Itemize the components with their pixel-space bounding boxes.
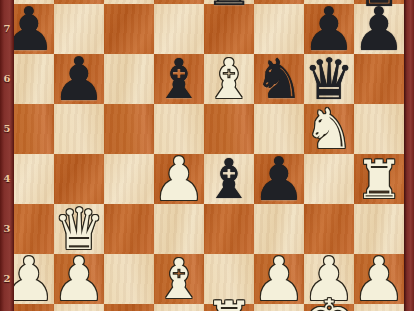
white-bishop-piece[interactable]: ♝ [204, 54, 254, 104]
square-d4[interactable]: ♟ [154, 154, 204, 204]
square-e4[interactable]: ♝ [204, 154, 254, 204]
black-bishop-piece[interactable]: ♝ [204, 154, 254, 204]
square-e6[interactable]: ♝ [204, 54, 254, 104]
square-e3[interactable] [204, 204, 254, 254]
chess-board-grid: ♜♚♟♟♟♟♝♝♞♛♞♟♝♟♜♛♟♟♝♟♟♟♜♚ [4, 0, 404, 311]
square-c7[interactable] [104, 4, 154, 54]
square-c1[interactable] [104, 304, 154, 311]
board-viewport: ♜♚♟♟♟♟♝♝♞♛♞♟♝♟♜♛♟♟♝♟♟♟♜♚ [0, 0, 414, 311]
square-g5[interactable]: ♞ [304, 104, 354, 154]
square-e1[interactable]: ♜ [204, 304, 254, 311]
rank-label-7: 7 [0, 23, 14, 35]
white-pawn-piece[interactable]: ♟ [54, 254, 104, 304]
square-b6[interactable]: ♟ [54, 54, 104, 104]
square-c2[interactable] [104, 254, 154, 304]
square-b2[interactable]: ♟ [54, 254, 104, 304]
square-h2[interactable]: ♟ [354, 254, 404, 304]
square-e8[interactable]: ♜ [204, 0, 254, 4]
square-g1[interactable]: ♚ [304, 304, 354, 311]
rank-label-3: 3 [0, 223, 14, 235]
white-pawn-piece[interactable]: ♟ [354, 254, 404, 304]
square-d2[interactable]: ♝ [154, 254, 204, 304]
square-f6[interactable]: ♞ [254, 54, 304, 104]
chess-board-screenshot: ♜♚♟♟♟♟♝♝♞♛♞♟♝♟♜♛♟♟♝♟♟♟♜♚ 765432 [0, 0, 414, 311]
black-knight-piece[interactable]: ♞ [254, 54, 304, 104]
black-bishop-piece[interactable]: ♝ [154, 54, 204, 104]
black-pawn-piece[interactable]: ♟ [354, 4, 404, 54]
black-pawn-piece[interactable]: ♟ [254, 154, 304, 204]
white-rook-piece[interactable]: ♜ [204, 295, 254, 311]
white-king-piece[interactable]: ♚ [304, 295, 354, 311]
square-c6[interactable] [104, 54, 154, 104]
white-rook-piece[interactable]: ♜ [354, 154, 404, 204]
rank-label-2: 2 [0, 273, 14, 285]
square-h7[interactable]: ♟ [354, 4, 404, 54]
square-f2[interactable]: ♟ [254, 254, 304, 304]
board-frame-right [404, 0, 414, 311]
white-knight-piece[interactable]: ♞ [304, 104, 354, 154]
rank-label-4: 4 [0, 173, 14, 185]
board-frame-left [0, 0, 14, 311]
square-h4[interactable]: ♜ [354, 154, 404, 204]
square-c4[interactable] [104, 154, 154, 204]
white-bishop-piece[interactable]: ♝ [154, 254, 204, 304]
white-pawn-piece[interactable]: ♟ [154, 154, 204, 204]
square-c3[interactable] [104, 204, 154, 254]
square-c5[interactable] [104, 104, 154, 154]
square-h5[interactable] [354, 104, 404, 154]
white-pawn-piece[interactable]: ♟ [254, 254, 304, 304]
square-d6[interactable]: ♝ [154, 54, 204, 104]
rank-label-6: 6 [0, 73, 14, 85]
square-f4[interactable]: ♟ [254, 154, 304, 204]
rank-label-5: 5 [0, 123, 14, 135]
black-rook-piece[interactable]: ♜ [204, 0, 254, 11]
square-g4[interactable] [304, 154, 354, 204]
black-pawn-piece[interactable]: ♟ [54, 54, 104, 104]
